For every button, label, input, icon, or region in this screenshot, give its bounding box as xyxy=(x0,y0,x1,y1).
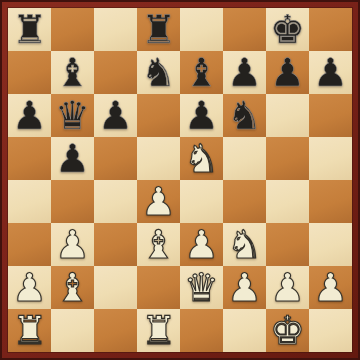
square-e6[interactable]: ♟ xyxy=(180,94,223,137)
square-c1[interactable] xyxy=(94,309,137,352)
black-bishop[interactable]: ♝ xyxy=(184,51,219,94)
white-rook[interactable]: ♜ xyxy=(12,309,47,352)
square-f3[interactable]: ♞ xyxy=(223,223,266,266)
square-d2[interactable] xyxy=(137,266,180,309)
square-b5[interactable]: ♟ xyxy=(51,137,94,180)
square-e7[interactable]: ♝ xyxy=(180,51,223,94)
square-c8[interactable] xyxy=(94,8,137,51)
black-pawn[interactable]: ♟ xyxy=(184,94,219,137)
square-a6[interactable]: ♟ xyxy=(8,94,51,137)
black-pawn[interactable]: ♟ xyxy=(227,51,262,94)
black-pawn[interactable]: ♟ xyxy=(98,94,133,137)
square-f4[interactable] xyxy=(223,180,266,223)
square-g2[interactable]: ♟ xyxy=(266,266,309,309)
square-a7[interactable] xyxy=(8,51,51,94)
square-g4[interactable] xyxy=(266,180,309,223)
square-c7[interactable] xyxy=(94,51,137,94)
square-a3[interactable] xyxy=(8,223,51,266)
square-h5[interactable] xyxy=(309,137,352,180)
square-g7[interactable]: ♟ xyxy=(266,51,309,94)
white-pawn[interactable]: ♟ xyxy=(184,223,219,266)
black-pawn[interactable]: ♟ xyxy=(270,51,305,94)
square-a8[interactable]: ♜ xyxy=(8,8,51,51)
square-d3[interactable]: ♝ xyxy=(137,223,180,266)
white-pawn[interactable]: ♟ xyxy=(227,266,262,309)
square-f2[interactable]: ♟ xyxy=(223,266,266,309)
white-bishop[interactable]: ♝ xyxy=(55,266,90,309)
square-h7[interactable]: ♟ xyxy=(309,51,352,94)
white-bishop[interactable]: ♝ xyxy=(141,223,176,266)
square-b6[interactable]: ♛ xyxy=(51,94,94,137)
black-rook[interactable]: ♜ xyxy=(141,8,176,51)
square-h3[interactable] xyxy=(309,223,352,266)
white-pawn[interactable]: ♟ xyxy=(12,266,47,309)
square-b7[interactable]: ♝ xyxy=(51,51,94,94)
white-knight[interactable]: ♞ xyxy=(227,223,262,266)
square-d6[interactable] xyxy=(137,94,180,137)
black-king[interactable]: ♚ xyxy=(270,8,305,51)
black-knight[interactable]: ♞ xyxy=(141,51,176,94)
white-pawn[interactable]: ♟ xyxy=(313,266,348,309)
square-f8[interactable] xyxy=(223,8,266,51)
square-d7[interactable]: ♞ xyxy=(137,51,180,94)
square-c4[interactable] xyxy=(94,180,137,223)
square-d5[interactable] xyxy=(137,137,180,180)
board-frame: ♜♜♚♝♞♝♟♟♟♟♛♟♟♞♟♞♟♟♝♟♞♟♝♛♟♟♟♜♜♚ xyxy=(0,0,360,360)
white-knight[interactable]: ♞ xyxy=(184,137,219,180)
square-f5[interactable] xyxy=(223,137,266,180)
square-a1[interactable]: ♜ xyxy=(8,309,51,352)
square-g1[interactable]: ♚ xyxy=(266,309,309,352)
square-g6[interactable] xyxy=(266,94,309,137)
square-f6[interactable]: ♞ xyxy=(223,94,266,137)
square-f1[interactable] xyxy=(223,309,266,352)
square-c3[interactable] xyxy=(94,223,137,266)
square-b1[interactable] xyxy=(51,309,94,352)
square-e1[interactable] xyxy=(180,309,223,352)
square-d8[interactable]: ♜ xyxy=(137,8,180,51)
square-a4[interactable] xyxy=(8,180,51,223)
square-e3[interactable]: ♟ xyxy=(180,223,223,266)
black-pawn[interactable]: ♟ xyxy=(12,94,47,137)
black-knight[interactable]: ♞ xyxy=(227,94,262,137)
white-queen[interactable]: ♛ xyxy=(184,266,219,309)
square-e2[interactable]: ♛ xyxy=(180,266,223,309)
square-e5[interactable]: ♞ xyxy=(180,137,223,180)
black-pawn[interactable]: ♟ xyxy=(313,51,348,94)
chess-board: ♜♜♚♝♞♝♟♟♟♟♛♟♟♞♟♞♟♟♝♟♞♟♝♛♟♟♟♜♜♚ xyxy=(8,8,352,352)
square-e4[interactable] xyxy=(180,180,223,223)
square-g8[interactable]: ♚ xyxy=(266,8,309,51)
square-b8[interactable] xyxy=(51,8,94,51)
square-b4[interactable] xyxy=(51,180,94,223)
square-h4[interactable] xyxy=(309,180,352,223)
square-b3[interactable]: ♟ xyxy=(51,223,94,266)
square-g3[interactable] xyxy=(266,223,309,266)
square-c2[interactable] xyxy=(94,266,137,309)
square-h6[interactable] xyxy=(309,94,352,137)
white-king[interactable]: ♚ xyxy=(270,309,305,352)
square-h8[interactable] xyxy=(309,8,352,51)
square-e8[interactable] xyxy=(180,8,223,51)
square-b2[interactable]: ♝ xyxy=(51,266,94,309)
square-f7[interactable]: ♟ xyxy=(223,51,266,94)
white-pawn[interactable]: ♟ xyxy=(270,266,305,309)
square-a2[interactable]: ♟ xyxy=(8,266,51,309)
black-queen[interactable]: ♛ xyxy=(55,94,90,137)
white-pawn[interactable]: ♟ xyxy=(55,223,90,266)
square-d4[interactable]: ♟ xyxy=(137,180,180,223)
square-c6[interactable]: ♟ xyxy=(94,94,137,137)
black-pawn[interactable]: ♟ xyxy=(55,137,90,180)
square-h2[interactable]: ♟ xyxy=(309,266,352,309)
black-rook[interactable]: ♜ xyxy=(12,8,47,51)
square-a5[interactable] xyxy=(8,137,51,180)
black-bishop[interactable]: ♝ xyxy=(55,51,90,94)
white-pawn[interactable]: ♟ xyxy=(141,180,176,223)
square-c5[interactable] xyxy=(94,137,137,180)
square-h1[interactable] xyxy=(309,309,352,352)
square-d1[interactable]: ♜ xyxy=(137,309,180,352)
white-rook[interactable]: ♜ xyxy=(141,309,176,352)
square-g5[interactable] xyxy=(266,137,309,180)
